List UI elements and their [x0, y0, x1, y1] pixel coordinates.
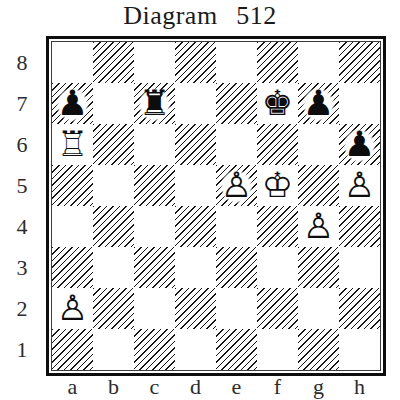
square-c5 — [134, 165, 175, 206]
square-h3 — [339, 247, 380, 288]
square-g6 — [298, 124, 339, 165]
square-c3 — [134, 247, 175, 288]
rank-label-1: 1 — [8, 329, 36, 370]
square-f4 — [257, 206, 298, 247]
square-f8 — [257, 42, 298, 83]
square-g7: ♟ — [298, 83, 339, 124]
square-a7: ♟ — [52, 83, 93, 124]
square-d1 — [175, 329, 216, 370]
square-d6 — [175, 124, 216, 165]
piece-black-pawn: ♟ — [52, 83, 93, 124]
square-h7 — [339, 83, 380, 124]
piece-white-pawn: ♙ — [52, 288, 93, 329]
piece-white-rook: ♖ — [52, 124, 93, 165]
square-e6 — [216, 124, 257, 165]
file-label-g: g — [298, 375, 339, 399]
piece-black-pawn: ♟ — [339, 124, 380, 165]
piece-white-pawn: ♙ — [216, 165, 257, 206]
square-c1 — [134, 329, 175, 370]
square-f1 — [257, 329, 298, 370]
square-f3 — [257, 247, 298, 288]
square-c7: ♜ — [134, 83, 175, 124]
square-b4 — [93, 206, 134, 247]
square-e4 — [216, 206, 257, 247]
file-label-d: d — [175, 375, 216, 399]
rank-label-7: 7 — [8, 83, 36, 124]
piece-white-pawn: ♙ — [298, 206, 339, 247]
square-g1 — [298, 329, 339, 370]
square-e8 — [216, 42, 257, 83]
square-a8 — [52, 42, 93, 83]
rank-label-2: 2 — [8, 288, 36, 329]
square-g4: ♙ — [298, 206, 339, 247]
square-a2: ♙ — [52, 288, 93, 329]
board-grid: ♟♜♚♟♖♟♙♔♙♙♙ — [51, 41, 381, 371]
file-label-b: b — [93, 375, 134, 399]
square-f5: ♔ — [257, 165, 298, 206]
square-c8 — [134, 42, 175, 83]
square-f2 — [257, 288, 298, 329]
square-b1 — [93, 329, 134, 370]
square-f7: ♚ — [257, 83, 298, 124]
square-e5: ♙ — [216, 165, 257, 206]
square-h6: ♟ — [339, 124, 380, 165]
rank-label-6: 6 — [8, 124, 36, 165]
square-d3 — [175, 247, 216, 288]
square-e7 — [216, 83, 257, 124]
square-g8 — [298, 42, 339, 83]
square-d2 — [175, 288, 216, 329]
rank-label-8: 8 — [8, 42, 36, 83]
square-d4 — [175, 206, 216, 247]
square-f6 — [257, 124, 298, 165]
square-a4 — [52, 206, 93, 247]
square-d8 — [175, 42, 216, 83]
square-h1 — [339, 329, 380, 370]
file-label-h: h — [339, 375, 380, 399]
square-b3 — [93, 247, 134, 288]
chess-diagram: Diagram 512 87654321 ♟♜♚♟♖♟♙♔♙♙♙ abcdefg… — [0, 0, 400, 400]
square-a3 — [52, 247, 93, 288]
square-e3 — [216, 247, 257, 288]
rank-label-5: 5 — [8, 165, 36, 206]
piece-white-pawn: ♙ — [339, 165, 380, 206]
file-labels: abcdefgh — [52, 375, 380, 399]
file-label-e: e — [216, 375, 257, 399]
square-b8 — [93, 42, 134, 83]
square-c4 — [134, 206, 175, 247]
rank-label-4: 4 — [8, 206, 36, 247]
piece-black-king: ♚ — [257, 83, 298, 124]
square-a1 — [52, 329, 93, 370]
piece-white-king: ♔ — [257, 165, 298, 206]
square-c2 — [134, 288, 175, 329]
diagram-title: Diagram 512 — [0, 1, 400, 31]
chess-board: ♟♜♚♟♖♟♙♔♙♙♙ — [46, 36, 386, 376]
square-d5 — [175, 165, 216, 206]
square-c6 — [134, 124, 175, 165]
square-a5 — [52, 165, 93, 206]
square-h5: ♙ — [339, 165, 380, 206]
rank-label-3: 3 — [8, 247, 36, 288]
file-label-f: f — [257, 375, 298, 399]
square-a6: ♖ — [52, 124, 93, 165]
square-b2 — [93, 288, 134, 329]
square-e1 — [216, 329, 257, 370]
square-b7 — [93, 83, 134, 124]
file-label-a: a — [52, 375, 93, 399]
rank-labels: 87654321 — [8, 42, 36, 370]
square-g5 — [298, 165, 339, 206]
square-h2 — [339, 288, 380, 329]
square-e2 — [216, 288, 257, 329]
square-b5 — [93, 165, 134, 206]
file-label-c: c — [134, 375, 175, 399]
square-g2 — [298, 288, 339, 329]
square-h4 — [339, 206, 380, 247]
square-h8 — [339, 42, 380, 83]
piece-black-pawn: ♟ — [298, 83, 339, 124]
square-b6 — [93, 124, 134, 165]
square-g3 — [298, 247, 339, 288]
piece-black-rook: ♜ — [134, 83, 175, 124]
square-d7 — [175, 83, 216, 124]
